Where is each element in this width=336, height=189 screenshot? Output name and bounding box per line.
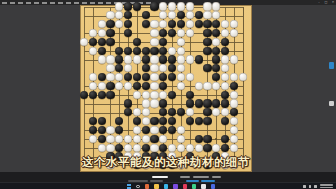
black-stone bbox=[89, 126, 97, 134]
black-stone bbox=[168, 55, 176, 63]
maximize-button[interactable]: □ bbox=[324, 1, 328, 4]
tray-network-icon[interactable] bbox=[309, 185, 312, 188]
video-surface[interactable]: 这个水平能及的这种劫材的细节 bbox=[0, 5, 336, 172]
black-stone bbox=[221, 91, 229, 99]
white-stone bbox=[239, 73, 247, 81]
white-stone bbox=[89, 47, 97, 55]
black-stone bbox=[106, 82, 114, 90]
white-stone bbox=[142, 135, 150, 143]
white-stone bbox=[230, 99, 238, 107]
white-stone bbox=[150, 20, 158, 28]
white-stone bbox=[230, 55, 238, 63]
search-icon[interactable] bbox=[136, 185, 140, 189]
black-stone bbox=[133, 82, 141, 90]
black-stone bbox=[203, 99, 211, 107]
white-stone bbox=[212, 144, 220, 152]
black-stone bbox=[150, 135, 158, 143]
white-stone bbox=[89, 82, 97, 90]
black-stone bbox=[124, 2, 132, 10]
black-stone bbox=[98, 91, 106, 99]
white-stone bbox=[98, 29, 106, 37]
white-stone bbox=[133, 91, 141, 99]
white-stone bbox=[203, 11, 211, 19]
black-stone bbox=[142, 144, 150, 152]
black-stone bbox=[98, 135, 106, 143]
black-stone bbox=[203, 47, 211, 55]
black-stone bbox=[186, 91, 194, 99]
white-stone bbox=[150, 55, 158, 63]
white-stone bbox=[133, 144, 141, 152]
tray-volume-icon[interactable] bbox=[314, 185, 317, 188]
white-stone bbox=[106, 64, 114, 72]
black-stone bbox=[203, 29, 211, 37]
white-stone bbox=[150, 73, 158, 81]
windows-taskbar bbox=[0, 182, 336, 189]
white-stone bbox=[168, 2, 176, 10]
black-stone bbox=[195, 135, 203, 143]
black-stone bbox=[186, 99, 194, 107]
black-stone bbox=[195, 55, 203, 63]
white-stone bbox=[124, 144, 132, 152]
taskbar-app-icon-6[interactable] bbox=[192, 184, 196, 188]
subtitle-text: 这个水平能及的这种劫材的细节 bbox=[76, 155, 256, 170]
black-stone bbox=[106, 38, 114, 46]
white-stone bbox=[230, 144, 238, 152]
white-stone bbox=[230, 29, 238, 37]
white-stone bbox=[195, 82, 203, 90]
white-stone bbox=[186, 73, 194, 81]
start-button-icon[interactable] bbox=[127, 184, 131, 188]
white-stone bbox=[133, 135, 141, 143]
white-stone bbox=[80, 38, 88, 46]
white-stone bbox=[186, 55, 194, 63]
black-stone bbox=[133, 2, 141, 10]
black-stone bbox=[98, 117, 106, 125]
time-display-extra bbox=[212, 176, 221, 178]
white-stone bbox=[203, 82, 211, 90]
black-stone bbox=[89, 38, 97, 46]
black-stone bbox=[212, 55, 220, 63]
white-stone bbox=[177, 144, 185, 152]
black-stone bbox=[106, 91, 114, 99]
white-stone bbox=[186, 144, 194, 152]
black-stone bbox=[203, 38, 211, 46]
white-stone bbox=[106, 73, 114, 81]
black-stone bbox=[159, 55, 167, 63]
white-stone bbox=[177, 135, 185, 143]
black-stone bbox=[142, 55, 150, 63]
black-stone bbox=[203, 117, 211, 125]
white-stone bbox=[230, 126, 238, 134]
white-stone bbox=[98, 82, 106, 90]
time-display-duration bbox=[193, 176, 209, 178]
window-controls: – □ ✕ bbox=[317, 1, 335, 4]
black-stone bbox=[195, 20, 203, 28]
black-stone bbox=[212, 47, 220, 55]
white-stone bbox=[150, 144, 158, 152]
black-stone bbox=[98, 126, 106, 134]
white-stone bbox=[186, 2, 194, 10]
black-stone bbox=[142, 47, 150, 55]
white-stone bbox=[150, 38, 158, 46]
white-stone bbox=[150, 99, 158, 107]
black-stone bbox=[212, 99, 220, 107]
white-stone bbox=[150, 64, 158, 72]
white-stone bbox=[212, 2, 220, 10]
white-stone bbox=[150, 82, 158, 90]
black-stone bbox=[115, 47, 123, 55]
black-stone bbox=[221, 144, 229, 152]
white-stone bbox=[150, 126, 158, 134]
white-stone bbox=[230, 135, 238, 143]
close-button[interactable]: ✕ bbox=[331, 1, 335, 4]
white-stone bbox=[221, 55, 229, 63]
white-stone bbox=[98, 20, 106, 28]
white-stone bbox=[230, 91, 238, 99]
black-stone bbox=[133, 38, 141, 46]
taskbar-app-icon-1[interactable] bbox=[145, 184, 149, 188]
taskbar-app-icon-4[interactable] bbox=[173, 184, 177, 188]
white-stone bbox=[142, 99, 150, 107]
taskbar-app-icon-7[interactable] bbox=[201, 184, 205, 188]
taskbar-app-icon-5[interactable] bbox=[183, 184, 187, 188]
black-stone bbox=[203, 144, 211, 152]
white-stone bbox=[177, 2, 185, 10]
white-stone bbox=[168, 47, 176, 55]
black-stone bbox=[106, 29, 114, 37]
white-stone bbox=[106, 135, 114, 143]
black-stone bbox=[142, 73, 150, 81]
black-stone bbox=[89, 91, 97, 99]
black-stone bbox=[195, 117, 203, 125]
black-stone bbox=[203, 108, 211, 116]
white-stone bbox=[106, 144, 114, 152]
black-stone bbox=[168, 91, 176, 99]
white-stone bbox=[142, 91, 150, 99]
black-stone bbox=[150, 47, 158, 55]
black-stone bbox=[221, 99, 229, 107]
taskbar-app-icon-8[interactable] bbox=[211, 184, 215, 188]
white-stone bbox=[150, 91, 158, 99]
white-stone bbox=[133, 126, 141, 134]
white-stone bbox=[89, 135, 97, 143]
white-stone bbox=[124, 135, 132, 143]
white-stone bbox=[177, 38, 185, 46]
taskbar-app-icon-2[interactable] bbox=[154, 184, 158, 188]
white-stone bbox=[203, 2, 211, 10]
taskbar-app-icon-3[interactable] bbox=[164, 184, 168, 188]
black-stone bbox=[221, 38, 229, 46]
white-stone bbox=[133, 55, 141, 63]
white-stone bbox=[177, 82, 185, 90]
white-stone bbox=[98, 144, 106, 152]
black-stone bbox=[133, 47, 141, 55]
white-stone bbox=[195, 144, 203, 152]
white-stone bbox=[106, 126, 114, 134]
black-stone bbox=[159, 99, 167, 107]
time-display bbox=[180, 176, 190, 178]
system-tray bbox=[303, 184, 333, 188]
player-control-bar bbox=[0, 172, 336, 182]
black-stone bbox=[98, 73, 106, 81]
side-panel-button-2[interactable] bbox=[329, 101, 334, 106]
white-stone bbox=[106, 11, 114, 19]
black-stone bbox=[221, 135, 229, 143]
white-stone bbox=[186, 29, 194, 37]
white-stone bbox=[177, 55, 185, 63]
desktop-screen: – □ ✕ 这个水平能及的这种劫材的细节 bbox=[0, 0, 336, 189]
taskbar-clock[interactable] bbox=[320, 184, 333, 188]
black-stone bbox=[195, 99, 203, 107]
black-stone bbox=[203, 64, 211, 72]
black-stone bbox=[203, 20, 211, 28]
minimize-button[interactable]: – bbox=[317, 1, 321, 4]
white-stone bbox=[98, 55, 106, 63]
black-stone bbox=[98, 38, 106, 46]
white-stone bbox=[115, 2, 123, 10]
side-panel-button[interactable] bbox=[329, 62, 334, 69]
white-stone bbox=[177, 47, 185, 55]
white-stone bbox=[89, 73, 97, 81]
white-stone bbox=[159, 2, 167, 10]
black-stone bbox=[230, 82, 238, 90]
black-stone bbox=[142, 126, 150, 134]
black-stone bbox=[98, 47, 106, 55]
black-stone bbox=[150, 117, 158, 125]
white-stone bbox=[168, 144, 176, 152]
black-stone bbox=[142, 20, 150, 28]
black-stone bbox=[80, 91, 88, 99]
white-stone bbox=[106, 55, 114, 63]
white-stone bbox=[142, 117, 150, 125]
black-stone bbox=[115, 55, 123, 63]
black-stone bbox=[142, 82, 150, 90]
black-stone bbox=[106, 20, 114, 28]
black-stone bbox=[115, 144, 123, 152]
progress-bar[interactable] bbox=[152, 176, 168, 178]
black-stone bbox=[124, 47, 132, 55]
taskbar-center-icons bbox=[127, 184, 215, 188]
black-stone bbox=[150, 2, 158, 10]
black-stone bbox=[124, 99, 132, 107]
white-stone bbox=[150, 29, 158, 37]
go-board bbox=[80, 5, 252, 172]
white-stone bbox=[124, 55, 132, 63]
white-stone bbox=[89, 29, 97, 37]
black-stone bbox=[221, 47, 229, 55]
tray-chevron-icon[interactable] bbox=[303, 185, 306, 188]
black-stone bbox=[203, 135, 211, 143]
